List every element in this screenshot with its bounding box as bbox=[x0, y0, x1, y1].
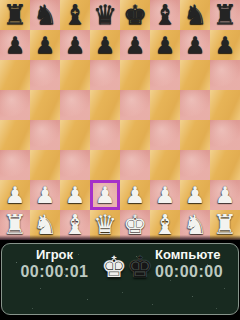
square-e3[interactable] bbox=[120, 150, 150, 180]
square-g5[interactable] bbox=[180, 90, 210, 120]
square-h1[interactable]: ♜ bbox=[210, 210, 240, 240]
piece-white-rook: ♜ bbox=[213, 210, 237, 240]
square-c4[interactable] bbox=[60, 120, 90, 150]
piece-black-pawn: ♟ bbox=[5, 30, 26, 60]
square-g6[interactable] bbox=[180, 60, 210, 90]
piece-white-pawn: ♟ bbox=[215, 180, 236, 210]
square-d3[interactable] bbox=[90, 150, 120, 180]
piece-black-knight: ♞ bbox=[33, 0, 57, 30]
square-h3[interactable] bbox=[210, 150, 240, 180]
square-a4[interactable] bbox=[0, 120, 30, 150]
square-e4[interactable] bbox=[120, 120, 150, 150]
white-king-icon: ♚ bbox=[101, 252, 127, 282]
player-label: Игрок bbox=[36, 247, 73, 262]
square-f1[interactable]: ♝ bbox=[150, 210, 180, 240]
square-c5[interactable] bbox=[60, 90, 90, 120]
square-e2[interactable]: ♟ bbox=[120, 180, 150, 210]
piece-white-knight: ♞ bbox=[183, 210, 207, 240]
piece-white-rook: ♜ bbox=[3, 210, 27, 240]
piece-black-pawn: ♟ bbox=[95, 30, 116, 60]
square-b8[interactable]: ♞ bbox=[30, 0, 60, 30]
computer-block: Компьюте 00:00:00 bbox=[153, 244, 238, 281]
square-d8[interactable]: ♛ bbox=[90, 0, 120, 30]
player-block: Игрок 00:00:01 bbox=[2, 244, 101, 281]
square-a6[interactable] bbox=[0, 60, 30, 90]
square-b2[interactable]: ♟ bbox=[30, 180, 60, 210]
square-a7[interactable]: ♟ bbox=[0, 30, 30, 60]
square-a8[interactable]: ♜ bbox=[0, 0, 30, 30]
square-d2[interactable]: ♟ bbox=[90, 180, 120, 210]
square-e5[interactable] bbox=[120, 90, 150, 120]
player-clock: 00:00:01 bbox=[20, 262, 88, 281]
piece-white-pawn: ♟ bbox=[95, 180, 116, 210]
square-b1[interactable]: ♞ bbox=[30, 210, 60, 240]
square-f6[interactable] bbox=[150, 60, 180, 90]
square-e1[interactable]: ♚ bbox=[120, 210, 150, 240]
black-king-icon: ♚ bbox=[127, 252, 153, 282]
chess-board: ♜♞♝♛♚♝♞♜♟♟♟♟♟♟♟♟♟♟♟♟♟♟♟♟♜♞♝♛♚♝♞♜ bbox=[0, 0, 240, 240]
square-d4[interactable] bbox=[90, 120, 120, 150]
piece-black-knight: ♞ bbox=[183, 0, 207, 30]
square-f3[interactable] bbox=[150, 150, 180, 180]
square-h2[interactable]: ♟ bbox=[210, 180, 240, 210]
square-a1[interactable]: ♜ bbox=[0, 210, 30, 240]
square-c1[interactable]: ♝ bbox=[60, 210, 90, 240]
piece-white-pawn: ♟ bbox=[185, 180, 206, 210]
square-g8[interactable]: ♞ bbox=[180, 0, 210, 30]
piece-white-queen: ♛ bbox=[93, 210, 117, 240]
starfield-texture bbox=[2, 244, 3, 245]
square-c2[interactable]: ♟ bbox=[60, 180, 90, 210]
square-h7[interactable]: ♟ bbox=[210, 30, 240, 60]
piece-white-bishop: ♝ bbox=[153, 210, 177, 240]
square-a3[interactable] bbox=[0, 150, 30, 180]
piece-black-pawn: ♟ bbox=[35, 30, 56, 60]
piece-black-queen: ♛ bbox=[93, 0, 117, 30]
square-e8[interactable]: ♚ bbox=[120, 0, 150, 30]
chess-app-screen: ♜♞♝♛♚♝♞♜♟♟♟♟♟♟♟♟♟♟♟♟♟♟♟♟♜♞♝♛♚♝♞♜ Игрок 0… bbox=[0, 0, 240, 320]
piece-white-pawn: ♟ bbox=[155, 180, 176, 210]
square-g4[interactable] bbox=[180, 120, 210, 150]
square-b4[interactable] bbox=[30, 120, 60, 150]
square-f8[interactable]: ♝ bbox=[150, 0, 180, 30]
square-h6[interactable] bbox=[210, 60, 240, 90]
square-d6[interactable] bbox=[90, 60, 120, 90]
piece-black-rook: ♜ bbox=[3, 0, 27, 30]
square-b5[interactable] bbox=[30, 90, 60, 120]
square-c8[interactable]: ♝ bbox=[60, 0, 90, 30]
piece-white-pawn: ♟ bbox=[65, 180, 86, 210]
square-e6[interactable] bbox=[120, 60, 150, 90]
piece-black-rook: ♜ bbox=[213, 0, 237, 30]
piece-white-pawn: ♟ bbox=[5, 180, 26, 210]
square-a2[interactable]: ♟ bbox=[0, 180, 30, 210]
computer-clock: 00:00:00 bbox=[155, 262, 223, 281]
square-b7[interactable]: ♟ bbox=[30, 30, 60, 60]
piece-black-king: ♚ bbox=[123, 0, 147, 30]
square-g1[interactable]: ♞ bbox=[180, 210, 210, 240]
piece-white-pawn: ♟ bbox=[125, 180, 146, 210]
piece-white-pawn: ♟ bbox=[35, 180, 56, 210]
status-panel: Игрок 00:00:01 ♚ ♚ Компьюте 00:00:00 bbox=[1, 243, 239, 315]
square-e7[interactable]: ♟ bbox=[120, 30, 150, 60]
square-f7[interactable]: ♟ bbox=[150, 30, 180, 60]
square-h4[interactable] bbox=[210, 120, 240, 150]
piece-white-knight: ♞ bbox=[33, 210, 57, 240]
square-g7[interactable]: ♟ bbox=[180, 30, 210, 60]
square-c3[interactable] bbox=[60, 150, 90, 180]
square-f4[interactable] bbox=[150, 120, 180, 150]
square-f5[interactable] bbox=[150, 90, 180, 120]
square-f2[interactable]: ♟ bbox=[150, 180, 180, 210]
square-h5[interactable] bbox=[210, 90, 240, 120]
piece-black-pawn: ♟ bbox=[125, 30, 146, 60]
computer-label: Компьюте bbox=[155, 247, 221, 262]
square-a5[interactable] bbox=[0, 90, 30, 120]
square-g2[interactable]: ♟ bbox=[180, 180, 210, 210]
square-h8[interactable]: ♜ bbox=[210, 0, 240, 30]
piece-black-pawn: ♟ bbox=[185, 30, 206, 60]
piece-white-bishop: ♝ bbox=[63, 210, 87, 240]
piece-black-pawn: ♟ bbox=[215, 30, 236, 60]
piece-white-king: ♚ bbox=[123, 210, 147, 240]
piece-black-bishop: ♝ bbox=[153, 0, 177, 30]
square-d7[interactable]: ♟ bbox=[90, 30, 120, 60]
square-g3[interactable] bbox=[180, 150, 210, 180]
square-d1[interactable]: ♛ bbox=[90, 210, 120, 240]
square-c6[interactable] bbox=[60, 60, 90, 90]
piece-black-bishop: ♝ bbox=[63, 0, 87, 30]
square-d5[interactable] bbox=[90, 90, 120, 120]
piece-black-pawn: ♟ bbox=[155, 30, 176, 60]
square-b6[interactable] bbox=[30, 60, 60, 90]
piece-black-pawn: ♟ bbox=[65, 30, 86, 60]
square-c7[interactable]: ♟ bbox=[60, 30, 90, 60]
square-b3[interactable] bbox=[30, 150, 60, 180]
